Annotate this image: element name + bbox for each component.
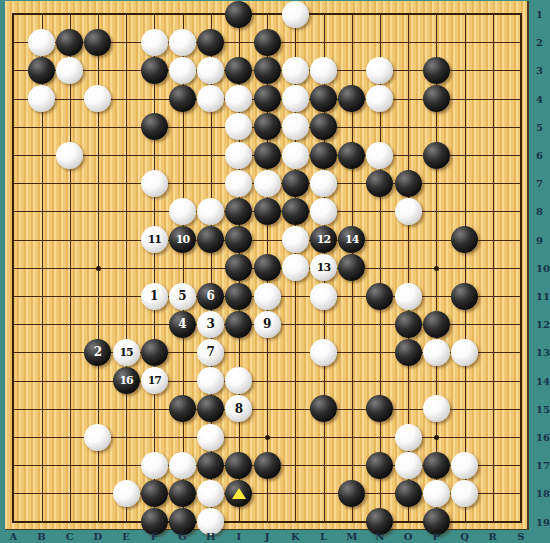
coord-number-17: 17 (536, 460, 550, 471)
white-stone-O16[interactable] (395, 424, 422, 451)
move-number-16: 16 (119, 375, 132, 386)
black-stone-J6[interactable] (254, 142, 281, 169)
black-stone-O13[interactable] (395, 339, 422, 366)
coord-number-9: 9 (536, 234, 543, 245)
white-stone-K6[interactable] (282, 142, 309, 169)
coord-number-10: 10 (536, 262, 550, 273)
white-stone-G8[interactable] (169, 198, 196, 225)
coord-letter-E: E (122, 531, 130, 542)
white-stone-G2[interactable] (169, 29, 196, 56)
black-stone-P3[interactable] (423, 57, 450, 84)
white-stone-J12[interactable]: 9 (254, 311, 281, 338)
coord-letter-O: O (404, 531, 413, 542)
move-number-4: 4 (178, 318, 186, 330)
black-stone-J5[interactable] (254, 113, 281, 140)
white-stone-F2[interactable] (141, 29, 168, 56)
move-number-8: 8 (235, 403, 243, 415)
move-number-2: 2 (94, 346, 102, 358)
black-stone-I17[interactable] (225, 452, 252, 479)
white-stone-Q18[interactable] (451, 480, 478, 507)
coord-number-19: 19 (536, 516, 550, 527)
coord-letter-F: F (151, 531, 158, 542)
black-stone-L6[interactable] (310, 142, 337, 169)
coord-letter-J: J (265, 531, 270, 542)
go-board-app: 1110121413156439215716178 ABCDEFGHIJKLMN… (0, 0, 550, 543)
white-stone-H8[interactable] (197, 198, 224, 225)
black-stone-P12[interactable] (423, 311, 450, 338)
white-stone-G17[interactable] (169, 452, 196, 479)
white-stone-J7[interactable] (254, 170, 281, 197)
white-stone-D16[interactable] (84, 424, 111, 451)
coord-number-15: 15 (536, 403, 550, 414)
black-stone-N11[interactable] (366, 283, 393, 310)
coord-number-6: 6 (536, 150, 543, 161)
coord-letter-N: N (375, 531, 384, 542)
black-stone-I11[interactable] (225, 283, 252, 310)
move-number-5: 5 (178, 290, 186, 302)
black-stone-J17[interactable] (254, 452, 281, 479)
black-stone-K7[interactable] (282, 170, 309, 197)
white-stone-J11[interactable] (254, 283, 281, 310)
white-stone-P15[interactable] (423, 395, 450, 422)
black-stone-H17[interactable] (197, 452, 224, 479)
coord-letter-R: R (489, 531, 497, 542)
white-stone-N6[interactable] (366, 142, 393, 169)
black-stone-G4[interactable] (169, 85, 196, 112)
coord-letter-S: S (517, 531, 524, 542)
coord-letter-L: L (320, 531, 327, 542)
black-stone-J2[interactable] (254, 29, 281, 56)
move-number-10: 10 (176, 234, 189, 245)
white-stone-E13[interactable]: 15 (113, 339, 140, 366)
white-stone-K1[interactable] (282, 1, 309, 28)
black-stone-J4[interactable] (254, 85, 281, 112)
black-stone-P6[interactable] (423, 142, 450, 169)
white-stone-H12[interactable]: 3 (197, 311, 224, 338)
move-number-13: 13 (317, 262, 330, 273)
white-stone-H16[interactable] (197, 424, 224, 451)
white-stone-O8[interactable] (395, 198, 422, 225)
move-number-6: 6 (207, 290, 215, 302)
white-stone-H3[interactable] (197, 57, 224, 84)
move-number-1: 1 (150, 290, 158, 302)
white-stone-K5[interactable] (282, 113, 309, 140)
white-stone-L8[interactable] (310, 198, 337, 225)
black-stone-O7[interactable] (395, 170, 422, 197)
black-stone-K8[interactable] (282, 198, 309, 225)
white-stone-Q13[interactable] (451, 339, 478, 366)
white-stone-P13[interactable] (423, 339, 450, 366)
move-number-12: 12 (317, 234, 330, 245)
black-stone-Q11[interactable] (451, 283, 478, 310)
white-stone-O17[interactable] (395, 452, 422, 479)
black-stone-J10[interactable] (254, 254, 281, 281)
black-stone-I12[interactable] (225, 311, 252, 338)
white-stone-F17[interactable] (141, 452, 168, 479)
coord-letter-K: K (291, 531, 300, 542)
move-number-3: 3 (207, 318, 215, 330)
white-stone-H13[interactable]: 7 (197, 339, 224, 366)
white-stone-G11[interactable]: 5 (169, 283, 196, 310)
triangle-marker-icon (232, 488, 246, 499)
coord-number-16: 16 (536, 432, 550, 443)
black-stone-N7[interactable] (366, 170, 393, 197)
coord-letter-D: D (94, 531, 103, 542)
black-stone-H11[interactable]: 6 (197, 283, 224, 310)
white-stone-B4[interactable] (28, 85, 55, 112)
black-stone-E14[interactable]: 16 (113, 367, 140, 394)
white-stone-I7[interactable] (225, 170, 252, 197)
star-point-D10 (96, 266, 101, 271)
black-stone-F18[interactable] (141, 480, 168, 507)
move-number-17: 17 (148, 375, 161, 386)
black-stone-P17[interactable] (423, 452, 450, 479)
black-stone-I1[interactable] (225, 1, 252, 28)
black-stone-J3[interactable] (254, 57, 281, 84)
white-stone-E18[interactable] (113, 480, 140, 507)
move-number-14: 14 (345, 234, 358, 245)
black-stone-F5[interactable] (141, 113, 168, 140)
coord-number-11: 11 (536, 291, 550, 302)
white-stone-K4[interactable] (282, 85, 309, 112)
white-stone-Q17[interactable] (451, 452, 478, 479)
black-stone-O12[interactable] (395, 311, 422, 338)
coord-number-12: 12 (536, 319, 550, 330)
coord-number-18: 18 (536, 488, 550, 499)
white-stone-L11[interactable] (310, 283, 337, 310)
move-number-7: 7 (207, 346, 215, 358)
coord-letter-G: G (178, 531, 187, 542)
white-stone-I6[interactable] (225, 142, 252, 169)
white-stone-C3[interactable] (56, 57, 83, 84)
coord-letter-C: C (66, 531, 74, 542)
move-number-11: 11 (148, 234, 161, 245)
coord-letter-A: A (9, 531, 17, 542)
coord-number-1: 1 (536, 9, 543, 20)
white-stone-F11[interactable]: 1 (141, 283, 168, 310)
coord-number-4: 4 (536, 93, 543, 104)
move-number-9: 9 (263, 318, 271, 330)
coord-number-5: 5 (536, 121, 543, 132)
black-stone-N17[interactable] (366, 452, 393, 479)
white-stone-K10[interactable] (282, 254, 309, 281)
white-stone-K3[interactable] (282, 57, 309, 84)
white-stone-G3[interactable] (169, 57, 196, 84)
white-stone-K9[interactable] (282, 226, 309, 253)
black-stone-F13[interactable] (141, 339, 168, 366)
black-stone-G18[interactable] (169, 480, 196, 507)
coord-letter-Q: Q (460, 531, 469, 542)
white-stone-B2[interactable] (28, 29, 55, 56)
black-stone-L9[interactable]: 12 (310, 226, 337, 253)
white-stone-L3[interactable] (310, 57, 337, 84)
black-stone-B3[interactable] (28, 57, 55, 84)
white-stone-C6[interactable] (56, 142, 83, 169)
black-stone-C2[interactable] (56, 29, 83, 56)
coord-number-3: 3 (536, 65, 543, 76)
black-stone-D2[interactable] (84, 29, 111, 56)
coord-letter-B: B (37, 531, 45, 542)
coord-letter-I: I (237, 531, 242, 542)
black-stone-L4[interactable] (310, 85, 337, 112)
coord-letter-P: P (433, 531, 441, 542)
black-stone-P4[interactable] (423, 85, 450, 112)
black-stone-G12[interactable]: 4 (169, 311, 196, 338)
white-stone-H18[interactable] (197, 480, 224, 507)
coord-letter-H: H (206, 531, 215, 542)
coord-number-7: 7 (536, 178, 543, 189)
white-stone-F7[interactable] (141, 170, 168, 197)
black-stone-Q9[interactable] (451, 226, 478, 253)
black-stone-H2[interactable] (197, 29, 224, 56)
coord-number-14: 14 (536, 375, 550, 386)
white-stone-L7[interactable] (310, 170, 337, 197)
white-stone-O11[interactable] (395, 283, 422, 310)
white-stone-F9[interactable]: 11 (141, 226, 168, 253)
move-number-15: 15 (119, 347, 132, 358)
black-stone-M6[interactable] (338, 142, 365, 169)
black-stone-F3[interactable] (141, 57, 168, 84)
coord-number-13: 13 (536, 347, 550, 358)
coord-number-2: 2 (536, 37, 543, 48)
white-stone-P18[interactable] (423, 480, 450, 507)
black-stone-G9[interactable]: 10 (169, 226, 196, 253)
coord-number-8: 8 (536, 206, 543, 217)
white-stone-F14[interactable]: 17 (141, 367, 168, 394)
black-stone-J8[interactable] (254, 198, 281, 225)
coord-letter-M: M (346, 531, 357, 542)
white-stone-L13[interactable] (310, 339, 337, 366)
black-stone-O18[interactable] (395, 480, 422, 507)
black-stone-M18[interactable] (338, 480, 365, 507)
